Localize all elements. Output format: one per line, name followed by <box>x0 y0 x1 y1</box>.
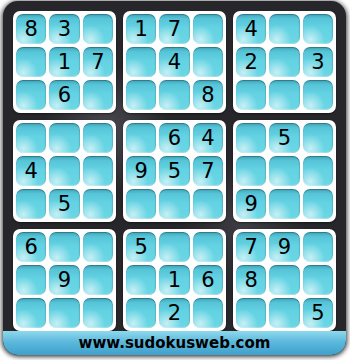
cell-r8c5[interactable]: 1 <box>159 265 189 295</box>
cell-r2c3[interactable]: 7 <box>83 47 113 77</box>
cell-r4c2[interactable] <box>49 123 79 153</box>
site-url[interactable]: www.sudokusweb.com <box>79 334 271 352</box>
cell-r9c3[interactable] <box>83 298 113 328</box>
cell-r5c8[interactable] <box>269 156 299 186</box>
cell-r5c6[interactable]: 7 <box>193 156 223 186</box>
cell-r6c9[interactable] <box>303 189 333 219</box>
cell-r1c9[interactable] <box>303 14 333 44</box>
cell-r4c6[interactable]: 4 <box>193 123 223 153</box>
sudoku-box-9: 7985 <box>233 229 336 331</box>
cell-r1c7[interactable]: 4 <box>236 14 266 44</box>
cell-r2c7[interactable]: 2 <box>236 47 266 77</box>
sudoku-box-3: 423 <box>233 11 336 113</box>
cell-r6c3[interactable] <box>83 189 113 219</box>
cell-r9c6[interactable] <box>193 298 223 328</box>
cell-r6c4[interactable] <box>126 189 156 219</box>
cell-r9c7[interactable] <box>236 298 266 328</box>
cell-r4c3[interactable] <box>83 123 113 153</box>
cell-r3c2[interactable]: 6 <box>49 80 79 110</box>
cell-r5c9[interactable] <box>303 156 333 186</box>
cell-r1c1[interactable]: 8 <box>16 14 46 44</box>
cell-r8c3[interactable] <box>83 265 113 295</box>
cell-r7c6[interactable] <box>193 232 223 262</box>
cell-r8c1[interactable] <box>16 265 46 295</box>
cell-r5c3[interactable] <box>83 156 113 186</box>
cell-r3c8[interactable] <box>269 80 299 110</box>
cell-r7c1[interactable]: 6 <box>16 232 46 262</box>
cell-r3c9[interactable] <box>303 80 333 110</box>
cell-r5c2[interactable] <box>49 156 79 186</box>
sudoku-box-8: 5162 <box>123 229 226 331</box>
sudoku-box-6: 59 <box>233 120 336 222</box>
cell-r4c4[interactable] <box>126 123 156 153</box>
cell-r9c5[interactable]: 2 <box>159 298 189 328</box>
cell-r9c2[interactable] <box>49 298 79 328</box>
cell-r1c5[interactable]: 7 <box>159 14 189 44</box>
cell-r9c8[interactable] <box>269 298 299 328</box>
cell-r3c6[interactable]: 8 <box>193 80 223 110</box>
cell-r3c3[interactable] <box>83 80 113 110</box>
cell-r8c6[interactable]: 6 <box>193 265 223 295</box>
cell-r8c8[interactable] <box>269 265 299 295</box>
cell-r6c7[interactable]: 9 <box>236 189 266 219</box>
cell-r5c1[interactable]: 4 <box>16 156 46 186</box>
cell-r2c8[interactable] <box>269 47 299 77</box>
cell-r6c6[interactable] <box>193 189 223 219</box>
cell-r7c2[interactable] <box>49 232 79 262</box>
cell-r2c9[interactable]: 3 <box>303 47 333 77</box>
cell-r9c4[interactable] <box>126 298 156 328</box>
sudoku-box-5: 64957 <box>123 120 226 222</box>
cell-r7c7[interactable]: 7 <box>236 232 266 262</box>
cell-r1c8[interactable] <box>269 14 299 44</box>
cell-r4c9[interactable] <box>303 123 333 153</box>
cell-r4c5[interactable]: 6 <box>159 123 189 153</box>
cell-r8c7[interactable]: 8 <box>236 265 266 295</box>
cell-r7c4[interactable]: 5 <box>126 232 156 262</box>
cell-r8c9[interactable] <box>303 265 333 295</box>
cell-r4c7[interactable] <box>236 123 266 153</box>
cell-r2c4[interactable] <box>126 47 156 77</box>
cell-r1c6[interactable] <box>193 14 223 44</box>
cell-r7c3[interactable] <box>83 232 113 262</box>
cell-r2c2[interactable]: 1 <box>49 47 79 77</box>
cell-r3c5[interactable] <box>159 80 189 110</box>
cell-r9c1[interactable] <box>16 298 46 328</box>
cell-r6c5[interactable] <box>159 189 189 219</box>
footer-bar: www.sudokusweb.com <box>3 331 346 355</box>
cell-r4c1[interactable] <box>16 123 46 153</box>
sudoku-box-1: 83176 <box>13 11 116 113</box>
cell-r3c7[interactable] <box>236 80 266 110</box>
cell-r1c4[interactable]: 1 <box>126 14 156 44</box>
cell-r5c5[interactable]: 5 <box>159 156 189 186</box>
cell-r6c1[interactable] <box>16 189 46 219</box>
sudoku-box-2: 1748 <box>123 11 226 113</box>
cell-r7c8[interactable]: 9 <box>269 232 299 262</box>
cell-r3c4[interactable] <box>126 80 156 110</box>
cell-r2c6[interactable] <box>193 47 223 77</box>
sudoku-box-4: 45 <box>13 120 116 222</box>
cell-r1c2[interactable]: 3 <box>49 14 79 44</box>
cell-r6c8[interactable] <box>269 189 299 219</box>
cell-r5c7[interactable] <box>236 156 266 186</box>
cell-r2c1[interactable] <box>16 47 46 77</box>
cell-r9c9[interactable]: 5 <box>303 298 333 328</box>
cell-r3c1[interactable] <box>16 80 46 110</box>
cell-r1c3[interactable] <box>83 14 113 44</box>
cell-r8c4[interactable] <box>126 265 156 295</box>
cell-r8c2[interactable]: 9 <box>49 265 79 295</box>
cell-r4c8[interactable]: 5 <box>269 123 299 153</box>
sudoku-box-7: 69 <box>13 229 116 331</box>
sudoku-board-frame: 8317617484234564957596951627985 www.sudo… <box>3 1 346 355</box>
cell-r5c4[interactable]: 9 <box>126 156 156 186</box>
cell-r6c2[interactable]: 5 <box>49 189 79 219</box>
sudoku-board: 8317617484234564957596951627985 <box>13 11 336 331</box>
cell-r7c9[interactable] <box>303 232 333 262</box>
cell-r2c5[interactable]: 4 <box>159 47 189 77</box>
cell-r7c5[interactable] <box>159 232 189 262</box>
